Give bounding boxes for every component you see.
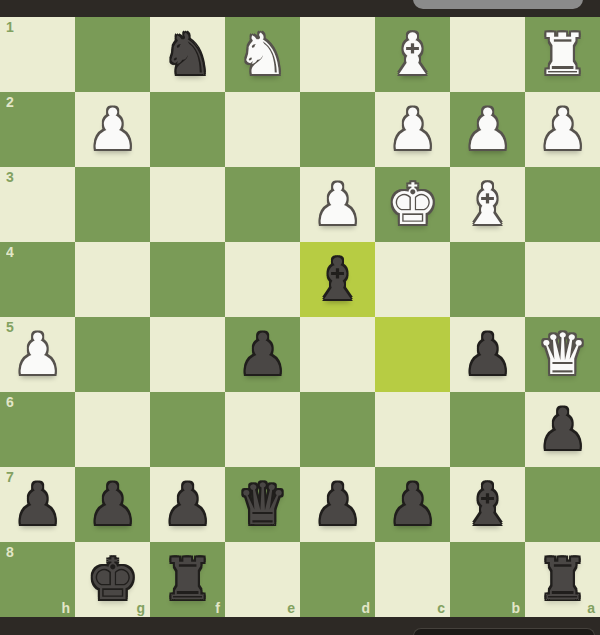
file-label-c: c xyxy=(437,601,445,615)
square-b6[interactable] xyxy=(450,392,525,467)
piece-black-pawn[interactable]: ♟ xyxy=(150,467,225,542)
square-b7[interactable]: ♝ xyxy=(450,467,525,542)
square-b1[interactable] xyxy=(450,17,525,92)
piece-white-pawn[interactable]: ♟ xyxy=(450,92,525,167)
square-a7[interactable] xyxy=(525,467,600,542)
piece-black-pawn[interactable]: ♟ xyxy=(225,317,300,392)
square-f7[interactable]: ♟ xyxy=(150,467,225,542)
square-f6[interactable] xyxy=(150,392,225,467)
piece-black-pawn[interactable]: ♟ xyxy=(450,317,525,392)
file-label-d: d xyxy=(361,601,370,615)
square-g5[interactable] xyxy=(75,317,150,392)
square-c5[interactable] xyxy=(375,317,450,392)
square-a1[interactable]: ♜ xyxy=(525,17,600,92)
square-a2[interactable]: ♟ xyxy=(525,92,600,167)
piece-white-pawn[interactable]: ♟ xyxy=(525,92,600,167)
square-h3[interactable]: 3 xyxy=(0,167,75,242)
piece-white-king[interactable]: ♚ xyxy=(375,167,450,242)
square-b8[interactable]: b xyxy=(450,542,525,617)
piece-black-rook[interactable]: ♜ xyxy=(150,542,225,617)
square-a4[interactable] xyxy=(525,242,600,317)
piece-white-pawn[interactable]: ♟ xyxy=(300,167,375,242)
rank-label-2: 2 xyxy=(6,95,14,109)
rank-label-4: 4 xyxy=(6,245,14,259)
piece-black-knight[interactable]: ♞ xyxy=(150,17,225,92)
piece-black-pawn[interactable]: ♟ xyxy=(375,467,450,542)
square-a3[interactable] xyxy=(525,167,600,242)
square-h7[interactable]: 7♟ xyxy=(0,467,75,542)
piece-white-bishop[interactable]: ♝ xyxy=(375,17,450,92)
top-bar xyxy=(0,0,600,17)
square-g8[interactable]: g♚ xyxy=(75,542,150,617)
rank-label-8: 8 xyxy=(6,545,14,559)
piece-white-pawn[interactable]: ♟ xyxy=(375,92,450,167)
square-d5[interactable] xyxy=(300,317,375,392)
square-e6[interactable] xyxy=(225,392,300,467)
square-e5[interactable]: ♟ xyxy=(225,317,300,392)
square-a5[interactable]: ♛ xyxy=(525,317,600,392)
rank-label-3: 3 xyxy=(6,170,14,184)
bottom-bar xyxy=(0,617,600,635)
piece-black-rook[interactable]: ♜ xyxy=(525,542,600,617)
square-b4[interactable] xyxy=(450,242,525,317)
piece-black-queen[interactable]: ♛ xyxy=(225,467,300,542)
square-a6[interactable]: ♟ xyxy=(525,392,600,467)
square-c8[interactable]: c xyxy=(375,542,450,617)
rank-label-6: 6 xyxy=(6,395,14,409)
piece-white-pawn[interactable]: ♟ xyxy=(75,92,150,167)
square-h1[interactable]: 1 xyxy=(0,17,75,92)
square-e8[interactable]: e xyxy=(225,542,300,617)
square-d7[interactable]: ♟ xyxy=(300,467,375,542)
square-g1[interactable] xyxy=(75,17,150,92)
file-label-e: e xyxy=(287,601,295,615)
status-pill xyxy=(413,0,583,9)
square-d8[interactable]: d xyxy=(300,542,375,617)
file-label-b: b xyxy=(511,601,520,615)
square-e2[interactable] xyxy=(225,92,300,167)
square-d1[interactable] xyxy=(300,17,375,92)
piece-black-pawn[interactable]: ♟ xyxy=(300,467,375,542)
chess-board[interactable]: 1♞♞♝♜2♟♟♟♟3♟♚♝4♝5♟♟♟♛6♟7♟♟♟♛♟♟♝8hg♚f♜edc… xyxy=(0,17,600,617)
square-g2[interactable]: ♟ xyxy=(75,92,150,167)
square-f8[interactable]: f♜ xyxy=(150,542,225,617)
square-d2[interactable] xyxy=(300,92,375,167)
square-g4[interactable] xyxy=(75,242,150,317)
piece-black-pawn[interactable]: ♟ xyxy=(0,467,75,542)
square-h4[interactable]: 4 xyxy=(0,242,75,317)
piece-black-pawn[interactable]: ♟ xyxy=(525,392,600,467)
square-c1[interactable]: ♝ xyxy=(375,17,450,92)
square-f4[interactable] xyxy=(150,242,225,317)
square-c2[interactable]: ♟ xyxy=(375,92,450,167)
square-h6[interactable]: 6 xyxy=(0,392,75,467)
piece-white-queen[interactable]: ♛ xyxy=(525,317,600,392)
file-label-h: h xyxy=(61,601,70,615)
square-d3[interactable]: ♟ xyxy=(300,167,375,242)
square-c4[interactable] xyxy=(375,242,450,317)
piece-black-pawn[interactable]: ♟ xyxy=(75,467,150,542)
piece-black-bishop[interactable]: ♝ xyxy=(300,242,375,317)
square-g6[interactable] xyxy=(75,392,150,467)
square-c3[interactable]: ♚ xyxy=(375,167,450,242)
square-e3[interactable] xyxy=(225,167,300,242)
square-h8[interactable]: 8h xyxy=(0,542,75,617)
piece-white-knight[interactable]: ♞ xyxy=(225,17,300,92)
square-h5[interactable]: 5♟ xyxy=(0,317,75,392)
square-g7[interactable]: ♟ xyxy=(75,467,150,542)
square-b2[interactable]: ♟ xyxy=(450,92,525,167)
piece-black-king[interactable]: ♚ xyxy=(75,542,150,617)
square-g3[interactable] xyxy=(75,167,150,242)
square-f1[interactable]: ♞ xyxy=(150,17,225,92)
square-d6[interactable] xyxy=(300,392,375,467)
nav-drawer-pill xyxy=(413,628,595,635)
square-a8[interactable]: a♜ xyxy=(525,542,600,617)
square-e4[interactable] xyxy=(225,242,300,317)
square-e7[interactable]: ♛ xyxy=(225,467,300,542)
square-c6[interactable] xyxy=(375,392,450,467)
square-h2[interactable]: 2 xyxy=(0,92,75,167)
rank-label-1: 1 xyxy=(6,20,14,34)
square-c7[interactable]: ♟ xyxy=(375,467,450,542)
piece-white-bishop[interactable]: ♝ xyxy=(450,167,525,242)
square-b5[interactable]: ♟ xyxy=(450,317,525,392)
square-f5[interactable] xyxy=(150,317,225,392)
square-d4[interactable]: ♝ xyxy=(300,242,375,317)
square-e1[interactable]: ♞ xyxy=(225,17,300,92)
square-f3[interactable] xyxy=(150,167,225,242)
square-f2[interactable] xyxy=(150,92,225,167)
square-b3[interactable]: ♝ xyxy=(450,167,525,242)
piece-white-rook[interactable]: ♜ xyxy=(525,17,600,92)
piece-white-pawn[interactable]: ♟ xyxy=(0,317,75,392)
piece-black-bishop[interactable]: ♝ xyxy=(450,467,525,542)
